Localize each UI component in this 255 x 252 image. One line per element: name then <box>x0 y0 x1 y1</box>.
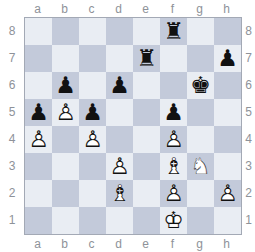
square-a4[interactable]: ♟♙ <box>25 126 52 153</box>
square-d5[interactable] <box>106 99 133 126</box>
square-g3[interactable]: ♞♘ <box>187 153 214 180</box>
corner-bottom-left <box>0 235 24 252</box>
square-g4[interactable] <box>187 126 214 153</box>
rank-label-left-8: 8 <box>9 24 16 38</box>
file-label-bottom-c: c <box>89 237 95 251</box>
file-label-top-g: g <box>196 2 203 16</box>
file-label-top-a: a <box>34 2 41 16</box>
rank-label-right-6: 6 <box>245 78 252 92</box>
white-pawn-outline-glyph: ♙ <box>52 99 79 126</box>
board: ♜♜♟♟♟♚♟♟♙♟♟♟♙♟♙♟♙♟♙♝♗♞♘♝♗♟♙♟♙♚♔ <box>24 17 242 235</box>
white-pawn-outline-glyph: ♙ <box>160 180 187 207</box>
square-g5[interactable] <box>187 99 214 126</box>
rank-label-left-2: 2 <box>9 186 16 200</box>
file-labels-top: abcdefgh <box>24 0 242 17</box>
white-pawn-c4[interactable]: ♟♙ <box>79 126 106 153</box>
rank-labels-right: 87654321 <box>242 17 255 235</box>
white-pawn-b5[interactable]: ♟♙ <box>52 99 79 126</box>
square-c4[interactable]: ♟♙ <box>79 126 106 153</box>
file-label-top-b: b <box>61 2 68 16</box>
square-h7[interactable]: ♟ <box>214 45 241 72</box>
chessboard-diagram: abcdefgh 87654321 ♜♜♟♟♟♚♟♟♙♟♟♟♙♟♙♟♙♟♙♝♗♞… <box>0 0 255 252</box>
rank-label-left-6: 6 <box>9 78 16 92</box>
file-label-top-h: h <box>223 2 230 16</box>
corner-top-right <box>242 0 255 17</box>
square-b8[interactable] <box>52 18 79 45</box>
white-pawn-a4[interactable]: ♟♙ <box>25 126 52 153</box>
square-f2[interactable]: ♟♙ <box>160 180 187 207</box>
square-h2[interactable]: ♟♙ <box>214 180 241 207</box>
square-e7[interactable]: ♜ <box>133 45 160 72</box>
rank-label-left-4: 4 <box>9 132 16 146</box>
black-pawn-c5[interactable]: ♟ <box>79 99 106 126</box>
square-f6[interactable] <box>160 72 187 99</box>
rank-label-right-3: 3 <box>245 159 252 173</box>
rank-label-left-7: 7 <box>9 51 16 65</box>
white-pawn-outline-glyph: ♙ <box>79 126 106 153</box>
square-g1[interactable] <box>187 207 214 234</box>
black-pawn-b6[interactable]: ♟ <box>52 72 79 99</box>
square-e6[interactable] <box>133 72 160 99</box>
square-h8[interactable] <box>214 18 241 45</box>
white-pawn-outline-glyph: ♙ <box>25 126 52 153</box>
white-bishop-d2[interactable]: ♝♗ <box>106 180 133 207</box>
square-b2[interactable] <box>52 180 79 207</box>
rank-label-right-4: 4 <box>245 132 252 146</box>
square-e3[interactable] <box>133 153 160 180</box>
square-a2[interactable] <box>25 180 52 207</box>
white-pawn-d3[interactable]: ♟♙ <box>106 153 133 180</box>
square-d1[interactable] <box>106 207 133 234</box>
white-bishop-outline-glyph: ♗ <box>106 180 133 207</box>
square-d4[interactable] <box>106 126 133 153</box>
rank-label-left-1: 1 <box>9 213 16 227</box>
white-king-f1[interactable]: ♚♔ <box>160 207 187 234</box>
corner-top-left <box>0 0 24 17</box>
file-label-top-f: f <box>171 2 174 16</box>
square-d3[interactable]: ♟♙ <box>106 153 133 180</box>
square-d8[interactable] <box>106 18 133 45</box>
square-c5[interactable]: ♟ <box>79 99 106 126</box>
square-g2[interactable] <box>187 180 214 207</box>
black-pawn-d6[interactable]: ♟ <box>106 72 133 99</box>
file-label-bottom-g: g <box>196 237 203 251</box>
rank-label-right-7: 7 <box>245 51 252 65</box>
square-g6[interactable]: ♚ <box>187 72 214 99</box>
square-a7[interactable] <box>25 45 52 72</box>
square-a6[interactable] <box>25 72 52 99</box>
file-label-bottom-h: h <box>223 237 230 251</box>
white-pawn-h2[interactable]: ♟♙ <box>214 180 241 207</box>
white-bishop-outline-glyph: ♗ <box>160 153 187 180</box>
square-g8[interactable] <box>187 18 214 45</box>
square-e5[interactable] <box>133 99 160 126</box>
square-e2[interactable] <box>133 180 160 207</box>
file-label-bottom-a: a <box>34 237 41 251</box>
corner-bottom-right <box>242 235 255 252</box>
square-f8[interactable]: ♜ <box>160 18 187 45</box>
file-label-top-d: d <box>115 2 122 16</box>
square-a8[interactable] <box>25 18 52 45</box>
rank-label-right-2: 2 <box>245 186 252 200</box>
rank-label-right-1: 1 <box>245 213 252 227</box>
square-a3[interactable] <box>25 153 52 180</box>
white-pawn-f2[interactable]: ♟♙ <box>160 180 187 207</box>
black-rook-e7[interactable]: ♜ <box>133 45 160 72</box>
white-bishop-f3[interactable]: ♝♗ <box>160 153 187 180</box>
square-b6[interactable]: ♟ <box>52 72 79 99</box>
square-f3[interactable]: ♝♗ <box>160 153 187 180</box>
rank-label-left-3: 3 <box>9 159 16 173</box>
square-e4[interactable] <box>133 126 160 153</box>
black-rook-f8[interactable]: ♜ <box>160 18 187 45</box>
square-d6[interactable]: ♟ <box>106 72 133 99</box>
rank-label-right-5: 5 <box>245 105 252 119</box>
file-label-top-e: e <box>142 2 149 16</box>
rank-labels-left: 87654321 <box>0 17 24 235</box>
square-b4[interactable] <box>52 126 79 153</box>
square-h1[interactable] <box>214 207 241 234</box>
rank-label-right-8: 8 <box>245 24 252 38</box>
black-king-g6[interactable]: ♚ <box>187 72 214 99</box>
square-c6[interactable] <box>79 72 106 99</box>
square-a5[interactable]: ♟ <box>25 99 52 126</box>
file-label-top-c: c <box>89 2 95 16</box>
white-pawn-f4[interactable]: ♟♙ <box>160 126 187 153</box>
square-e1[interactable] <box>133 207 160 234</box>
square-h3[interactable] <box>214 153 241 180</box>
square-b7[interactable] <box>52 45 79 72</box>
square-c3[interactable] <box>79 153 106 180</box>
black-pawn-a5[interactable]: ♟ <box>25 99 52 126</box>
square-f5[interactable]: ♟ <box>160 99 187 126</box>
square-b5[interactable]: ♟♙ <box>52 99 79 126</box>
file-label-bottom-d: d <box>115 237 122 251</box>
file-label-bottom-e: e <box>142 237 149 251</box>
white-knight-outline-glyph: ♘ <box>187 153 214 180</box>
black-pawn-h7[interactable]: ♟ <box>214 45 241 72</box>
file-labels-bottom: abcdefgh <box>24 235 242 252</box>
file-label-bottom-f: f <box>171 237 174 251</box>
black-pawn-f5[interactable]: ♟ <box>160 99 187 126</box>
square-d7[interactable] <box>106 45 133 72</box>
white-pawn-outline-glyph: ♙ <box>214 180 241 207</box>
white-pawn-outline-glyph: ♙ <box>160 126 187 153</box>
square-h6[interactable] <box>214 72 241 99</box>
square-f4[interactable]: ♟♙ <box>160 126 187 153</box>
white-pawn-outline-glyph: ♙ <box>106 153 133 180</box>
square-g7[interactable] <box>187 45 214 72</box>
square-c7[interactable] <box>79 45 106 72</box>
square-f7[interactable] <box>160 45 187 72</box>
square-a1[interactable] <box>25 207 52 234</box>
square-h5[interactable] <box>214 99 241 126</box>
square-d2[interactable]: ♝♗ <box>106 180 133 207</box>
square-b3[interactable] <box>52 153 79 180</box>
square-e8[interactable] <box>133 18 160 45</box>
square-c2[interactable] <box>79 180 106 207</box>
rank-label-left-5: 5 <box>9 105 16 119</box>
square-h4[interactable] <box>214 126 241 153</box>
square-b1[interactable] <box>52 207 79 234</box>
white-king-outline-glyph: ♔ <box>160 207 187 234</box>
file-label-bottom-b: b <box>61 237 68 251</box>
white-knight-g3[interactable]: ♞♘ <box>187 153 214 180</box>
square-c8[interactable] <box>79 18 106 45</box>
square-c1[interactable] <box>79 207 106 234</box>
square-f1[interactable]: ♚♔ <box>160 207 187 234</box>
